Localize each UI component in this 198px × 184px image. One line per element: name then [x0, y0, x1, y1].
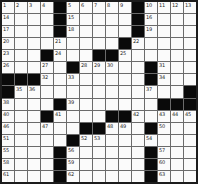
black-square — [54, 14, 66, 25]
letter-cell[interactable]: 50 — [158, 123, 170, 134]
black-square — [54, 99, 66, 110]
letter-cell[interactable] — [171, 171, 183, 182]
clue-number: 57 — [159, 147, 165, 153]
clue-number: 23 — [3, 50, 9, 56]
letter-cell[interactable] — [67, 123, 79, 134]
clue-number: 18 — [68, 26, 74, 32]
letter-cell[interactable]: 56 — [67, 147, 79, 158]
clue-number: 47 — [42, 123, 48, 129]
clue-number: 58 — [3, 159, 9, 165]
letter-cell[interactable] — [106, 74, 118, 85]
letter-cell[interactable] — [41, 135, 53, 146]
letter-cell[interactable] — [93, 86, 105, 97]
letter-cell[interactable] — [41, 99, 53, 110]
letter-cell[interactable] — [93, 171, 105, 182]
letter-cell[interactable] — [15, 38, 27, 49]
letter-cell[interactable]: 22 — [132, 38, 144, 49]
letter-cell[interactable] — [80, 147, 92, 158]
letter-cell[interactable] — [54, 123, 66, 134]
black-square — [93, 123, 105, 134]
clue-number: 9 — [120, 2, 123, 8]
letter-cell[interactable]: 46 — [2, 123, 14, 134]
letter-cell[interactable] — [132, 50, 144, 61]
letter-cell[interactable] — [80, 74, 92, 85]
letter-cell[interactable] — [93, 38, 105, 49]
clue-number: 1 — [3, 2, 6, 8]
letter-cell[interactable]: 9 — [119, 2, 131, 13]
clue-number: 4 — [42, 2, 45, 8]
letter-cell[interactable] — [119, 159, 131, 170]
letter-cell[interactable] — [41, 86, 53, 97]
letter-cell[interactable]: 53 — [93, 135, 105, 146]
clue-number: 10 — [146, 2, 152, 8]
clue-number: 19 — [146, 26, 152, 32]
black-square — [132, 2, 144, 13]
clue-number: 2 — [16, 2, 19, 8]
letter-cell[interactable]: 49 — [119, 123, 131, 134]
letter-cell[interactable] — [184, 50, 196, 61]
letter-cell[interactable] — [171, 86, 183, 97]
black-square — [132, 14, 144, 25]
black-square — [119, 111, 131, 122]
letter-cell[interactable] — [171, 147, 183, 158]
letter-cell[interactable]: 8 — [106, 2, 118, 13]
letter-cell[interactable]: 62 — [67, 171, 79, 182]
letter-cell[interactable] — [41, 26, 53, 37]
clue-number: 61 — [3, 171, 9, 177]
letter-cell[interactable] — [15, 123, 27, 134]
letter-cell[interactable] — [106, 135, 118, 146]
black-square — [171, 99, 183, 110]
letter-cell[interactable]: 43 — [158, 111, 170, 122]
letter-cell[interactable]: 10 — [145, 2, 157, 13]
letter-cell[interactable]: 44 — [171, 111, 183, 122]
clue-number: 63 — [159, 171, 165, 177]
letter-cell[interactable]: 52 — [80, 135, 92, 146]
letter-cell[interactable]: 51 — [2, 135, 14, 146]
clue-number: 46 — [3, 123, 9, 129]
letter-cell[interactable]: 37 — [145, 86, 157, 97]
clue-number: 60 — [159, 159, 165, 165]
clue-number: 28 — [81, 62, 87, 68]
clue-number: 12 — [172, 2, 178, 8]
black-square — [2, 74, 14, 85]
black-square — [67, 62, 79, 73]
letter-cell[interactable]: 35 — [15, 86, 27, 97]
clue-number: 30 — [107, 62, 113, 68]
letter-cell[interactable] — [80, 14, 92, 25]
letter-cell[interactable] — [119, 99, 131, 110]
letter-cell[interactable] — [119, 171, 131, 182]
letter-cell[interactable]: 27 — [41, 62, 53, 73]
clue-number: 34 — [159, 74, 165, 80]
black-square — [54, 2, 66, 13]
letter-cell[interactable] — [67, 86, 79, 97]
letter-cell[interactable] — [158, 26, 170, 37]
clue-number: 32 — [42, 74, 48, 80]
clue-number: 49 — [120, 123, 126, 129]
letter-cell[interactable] — [54, 135, 66, 146]
letter-cell[interactable] — [119, 26, 131, 37]
letter-cell[interactable] — [15, 147, 27, 158]
letter-cell[interactable] — [106, 99, 118, 110]
black-square — [132, 26, 144, 37]
letter-cell[interactable]: 23 — [2, 50, 14, 61]
letter-cell[interactable] — [158, 50, 170, 61]
letter-cell[interactable] — [132, 171, 144, 182]
clue-number: 42 — [133, 111, 139, 117]
letter-cell[interactable] — [184, 14, 196, 25]
letter-cell[interactable] — [184, 135, 196, 146]
letter-cell[interactable] — [80, 111, 92, 122]
clue-number: 31 — [159, 62, 165, 68]
letter-cell[interactable] — [28, 38, 40, 49]
letter-cell[interactable]: 33 — [67, 74, 79, 85]
letter-cell[interactable] — [41, 38, 53, 49]
clue-number: 54 — [146, 135, 152, 141]
letter-cell[interactable] — [15, 135, 27, 146]
letter-cell[interactable]: 63 — [158, 171, 170, 182]
letter-cell[interactable]: 60 — [158, 159, 170, 170]
black-square — [158, 99, 170, 110]
letter-cell[interactable] — [93, 147, 105, 158]
letter-cell[interactable] — [158, 86, 170, 97]
letter-cell[interactable]: 20 — [2, 38, 14, 49]
letter-cell[interactable] — [119, 135, 131, 146]
clue-number: 11 — [159, 2, 165, 8]
black-square — [41, 50, 53, 61]
letter-cell[interactable] — [80, 38, 92, 49]
letter-cell[interactable] — [171, 50, 183, 61]
letter-cell[interactable]: 5 — [67, 2, 79, 13]
clue-number: 55 — [3, 147, 9, 153]
letter-cell[interactable]: 34 — [158, 74, 170, 85]
black-square — [119, 38, 131, 49]
clue-number: 52 — [81, 135, 87, 141]
letter-cell[interactable] — [80, 99, 92, 110]
letter-cell[interactable] — [106, 38, 118, 49]
clue-number: 7 — [94, 2, 97, 8]
letter-cell[interactable] — [132, 123, 144, 134]
letter-cell[interactable]: 4 — [41, 2, 53, 13]
letter-cell[interactable]: 11 — [158, 2, 170, 13]
letter-cell[interactable] — [132, 135, 144, 146]
black-square — [28, 74, 40, 85]
letter-cell[interactable] — [41, 159, 53, 170]
letter-cell[interactable]: 54 — [145, 135, 157, 146]
clue-number: 43 — [159, 111, 165, 117]
letter-cell[interactable] — [184, 123, 196, 134]
letter-cell[interactable] — [67, 50, 79, 61]
letter-cell[interactable] — [15, 111, 27, 122]
letter-cell[interactable] — [93, 159, 105, 170]
black-square — [145, 159, 157, 170]
letter-cell[interactable] — [171, 62, 183, 73]
letter-cell[interactable] — [80, 86, 92, 97]
letter-cell[interactable]: 31 — [158, 62, 170, 73]
clue-number: 56 — [68, 147, 74, 153]
letter-cell[interactable] — [106, 171, 118, 182]
letter-cell[interactable]: 47 — [41, 123, 53, 134]
letter-cell[interactable] — [106, 86, 118, 97]
clue-number: 8 — [107, 2, 110, 8]
letter-cell[interactable] — [132, 74, 144, 85]
clue-number: 40 — [3, 111, 9, 117]
letter-cell[interactable]: 48 — [106, 123, 118, 134]
letter-cell[interactable] — [93, 111, 105, 122]
letter-cell[interactable] — [184, 147, 196, 158]
letter-cell[interactable] — [93, 26, 105, 37]
black-square — [54, 147, 66, 158]
black-square — [145, 74, 157, 85]
letter-cell[interactable] — [184, 159, 196, 170]
letter-cell[interactable] — [145, 38, 157, 49]
clue-number: 44 — [172, 111, 178, 117]
clue-number: 29 — [94, 62, 100, 68]
black-square — [145, 171, 157, 182]
letter-cell[interactable]: 55 — [2, 147, 14, 158]
letter-cell[interactable] — [15, 171, 27, 182]
letter-cell[interactable]: 42 — [132, 111, 144, 122]
letter-cell[interactable] — [132, 159, 144, 170]
letter-cell[interactable] — [119, 62, 131, 73]
letter-cell[interactable]: 17 — [2, 26, 14, 37]
clue-number: 59 — [68, 159, 74, 165]
letter-cell[interactable] — [28, 159, 40, 170]
letter-cell[interactable]: 59 — [67, 159, 79, 170]
letter-cell[interactable] — [106, 159, 118, 170]
letter-cell[interactable] — [171, 159, 183, 170]
letter-cell[interactable] — [80, 171, 92, 182]
clue-number: 51 — [3, 135, 9, 141]
letter-cell[interactable] — [28, 62, 40, 73]
letter-cell[interactable] — [28, 135, 40, 146]
letter-cell[interactable] — [132, 99, 144, 110]
letter-cell[interactable] — [93, 99, 105, 110]
letter-cell[interactable]: 1 — [2, 2, 14, 13]
clue-number: 53 — [94, 135, 100, 141]
clue-number: 22 — [133, 38, 139, 44]
letter-cell[interactable] — [54, 86, 66, 97]
clue-number: 36 — [29, 86, 35, 92]
letter-cell[interactable] — [132, 62, 144, 73]
letter-cell[interactable]: 36 — [28, 86, 40, 97]
black-square — [80, 123, 92, 134]
letter-cell[interactable] — [15, 14, 27, 25]
letter-cell[interactable] — [15, 99, 27, 110]
letter-cell[interactable] — [28, 26, 40, 37]
letter-cell[interactable] — [54, 74, 66, 85]
letter-cell[interactable] — [28, 99, 40, 110]
letter-cell[interactable]: 12 — [171, 2, 183, 13]
letter-cell[interactable] — [28, 111, 40, 122]
letter-cell[interactable]: 39 — [67, 99, 79, 110]
clue-number: 5 — [68, 2, 71, 8]
clue-number: 48 — [107, 123, 113, 129]
black-square — [145, 147, 157, 158]
letter-cell[interactable] — [80, 50, 92, 61]
clue-number: 27 — [42, 62, 48, 68]
black-square — [106, 50, 118, 61]
letter-cell[interactable] — [80, 26, 92, 37]
letter-cell[interactable] — [145, 99, 157, 110]
clue-number: 38 — [3, 99, 9, 105]
letter-cell[interactable] — [184, 38, 196, 49]
letter-cell[interactable] — [28, 50, 40, 61]
letter-cell[interactable] — [41, 147, 53, 158]
letter-cell[interactable] — [171, 38, 183, 49]
letter-cell[interactable]: 57 — [158, 147, 170, 158]
letter-cell[interactable] — [119, 74, 131, 85]
clue-number: 24 — [55, 50, 61, 56]
clue-number: 26 — [3, 62, 9, 68]
letter-cell[interactable]: 24 — [54, 50, 66, 61]
clue-number: 21 — [55, 38, 61, 44]
letter-cell[interactable]: 26 — [2, 62, 14, 73]
letter-cell[interactable] — [184, 26, 196, 37]
clue-number: 13 — [185, 2, 191, 8]
black-square — [54, 171, 66, 182]
letter-cell[interactable]: 3 — [28, 2, 40, 13]
letter-cell[interactable] — [15, 50, 27, 61]
letter-cell[interactable] — [106, 147, 118, 158]
clue-number: 37 — [146, 86, 152, 92]
letter-cell[interactable] — [28, 14, 40, 25]
clue-number: 50 — [159, 123, 165, 129]
letter-cell[interactable] — [132, 147, 144, 158]
black-square — [93, 50, 105, 61]
clue-number: 15 — [68, 14, 74, 20]
letter-cell[interactable]: 2 — [15, 2, 27, 13]
clue-number: 3 — [29, 2, 32, 8]
letter-cell[interactable] — [15, 159, 27, 170]
letter-cell[interactable]: 21 — [54, 38, 66, 49]
clue-number: 41 — [55, 111, 61, 117]
black-square — [106, 111, 118, 122]
letter-cell[interactable]: 45 — [184, 111, 196, 122]
letter-cell[interactable] — [93, 74, 105, 85]
black-square — [54, 159, 66, 170]
letter-cell[interactable] — [171, 74, 183, 85]
letter-cell[interactable]: 13 — [184, 2, 196, 13]
letter-cell[interactable] — [15, 62, 27, 73]
letter-cell[interactable]: 41 — [54, 111, 66, 122]
black-square — [15, 74, 27, 85]
letter-cell[interactable]: 32 — [41, 74, 53, 85]
clue-number: 14 — [3, 14, 9, 20]
black-square — [184, 99, 196, 110]
clue-number: 20 — [3, 38, 9, 44]
black-square — [67, 135, 79, 146]
letter-cell[interactable]: 14 — [2, 14, 14, 25]
letter-cell[interactable] — [119, 14, 131, 25]
black-square — [2, 86, 14, 97]
letter-cell[interactable] — [158, 135, 170, 146]
letter-cell[interactable] — [106, 26, 118, 37]
letter-cell[interactable] — [28, 123, 40, 134]
letter-cell[interactable]: 38 — [2, 99, 14, 110]
letter-cell[interactable]: 19 — [145, 26, 157, 37]
clue-number: 39 — [68, 99, 74, 105]
letter-cell[interactable] — [28, 171, 40, 182]
letter-cell[interactable] — [28, 147, 40, 158]
clue-number: 17 — [3, 26, 9, 32]
letter-cell[interactable]: 40 — [2, 111, 14, 122]
letter-cell[interactable] — [158, 38, 170, 49]
letter-cell[interactable] — [41, 171, 53, 182]
letter-cell[interactable] — [80, 159, 92, 170]
letter-cell[interactable] — [54, 62, 66, 73]
letter-cell[interactable] — [145, 111, 157, 122]
letter-cell[interactable]: 7 — [93, 2, 105, 13]
letter-cell[interactable] — [145, 50, 157, 61]
letter-cell[interactable]: 58 — [2, 159, 14, 170]
letter-cell[interactable] — [41, 14, 53, 25]
black-square — [145, 62, 157, 73]
black-square — [41, 111, 53, 122]
letter-cell[interactable] — [93, 14, 105, 25]
letter-cell[interactable]: 18 — [67, 26, 79, 37]
letter-cell[interactable] — [158, 14, 170, 25]
letter-cell[interactable] — [15, 26, 27, 37]
clue-number: 16 — [146, 14, 152, 20]
letter-cell[interactable]: 25 — [119, 50, 131, 61]
letter-cell[interactable] — [119, 86, 131, 97]
black-square — [54, 26, 66, 37]
letter-cell[interactable]: 30 — [106, 62, 118, 73]
letter-cell[interactable]: 61 — [2, 171, 14, 182]
letter-cell[interactable] — [171, 26, 183, 37]
clue-number: 6 — [81, 2, 84, 8]
letter-cell[interactable] — [132, 86, 144, 97]
letter-cell[interactable] — [184, 74, 196, 85]
letter-cell[interactable] — [119, 147, 131, 158]
black-square — [184, 86, 196, 97]
letter-cell[interactable] — [184, 171, 196, 182]
crossword-board: 1234567891011121314151617181920212223242… — [0, 0, 198, 184]
clue-number: 62 — [68, 171, 74, 177]
clue-number: 35 — [16, 86, 22, 92]
letter-cell[interactable]: 28 — [80, 62, 92, 73]
letter-cell[interactable] — [171, 123, 183, 134]
letter-cell[interactable] — [184, 62, 196, 73]
letter-cell[interactable] — [106, 14, 118, 25]
clue-number: 33 — [68, 74, 74, 80]
letter-cell[interactable] — [171, 14, 183, 25]
clue-number: 45 — [185, 111, 191, 117]
black-square — [145, 123, 157, 134]
letter-cell[interactable]: 15 — [67, 14, 79, 25]
clue-number: 25 — [120, 50, 126, 56]
letter-cell[interactable]: 6 — [80, 2, 92, 13]
letter-cell[interactable]: 16 — [145, 14, 157, 25]
letter-cell[interactable]: 29 — [93, 62, 105, 73]
letter-cell[interactable] — [171, 135, 183, 146]
letter-cell[interactable] — [67, 111, 79, 122]
letter-cell[interactable] — [67, 38, 79, 49]
